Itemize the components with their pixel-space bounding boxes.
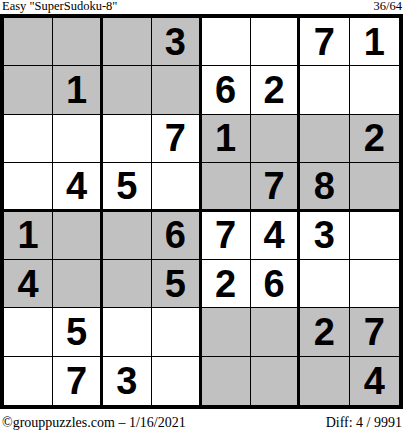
cell-r8c6-empty[interactable] <box>251 357 300 405</box>
cell-r5c1-given[interactable]: 1 <box>4 212 53 260</box>
cell-r8c2-given[interactable]: 7 <box>53 357 102 405</box>
cell-r2c6-given[interactable]: 2 <box>251 66 300 114</box>
puzzle-title: Easy "SuperSudoku-8" <box>2 0 117 13</box>
cell-r1c6-empty[interactable] <box>251 18 300 66</box>
cell-r3c5-given[interactable]: 1 <box>202 115 251 163</box>
cell-r5c3-empty[interactable] <box>103 212 152 260</box>
cell-r5c6-given[interactable]: 4 <box>251 212 300 260</box>
cell-r3c7-empty[interactable] <box>300 115 349 163</box>
cell-r7c1-empty[interactable] <box>4 308 53 356</box>
cell-r4c6-given[interactable]: 7 <box>251 163 300 211</box>
cell-r6c5-given[interactable]: 2 <box>202 260 251 308</box>
cell-r2c7-empty[interactable] <box>300 66 349 114</box>
cell-r7c5-empty[interactable] <box>202 308 251 356</box>
cell-r8c8-given[interactable]: 4 <box>350 357 399 405</box>
cell-r5c2-empty[interactable] <box>53 212 102 260</box>
cell-r2c1-empty[interactable] <box>4 66 53 114</box>
cell-r8c4-empty[interactable] <box>152 357 201 405</box>
page-footer: ©grouppuzzles.com – 1/16/2021 Diff: 4 / … <box>2 414 402 434</box>
cell-r8c3-given[interactable]: 3 <box>103 357 152 405</box>
cell-r1c1-empty[interactable] <box>4 18 53 66</box>
cell-r8c5-empty[interactable] <box>202 357 251 405</box>
cell-r1c7-given[interactable]: 7 <box>300 18 349 66</box>
sudoku-board: 3711627124578167434526527734 <box>0 14 403 409</box>
cell-r5c7-given[interactable]: 3 <box>300 212 349 260</box>
difficulty-text: Diff: 4 / 9991 <box>326 414 402 432</box>
cell-r2c5-given[interactable]: 6 <box>202 66 251 114</box>
cell-r4c5-empty[interactable] <box>202 163 251 211</box>
cell-r6c1-given[interactable]: 4 <box>4 260 53 308</box>
cell-r5c8-empty[interactable] <box>350 212 399 260</box>
cell-r1c3-empty[interactable] <box>103 18 152 66</box>
cell-r3c3-empty[interactable] <box>103 115 152 163</box>
cell-r2c4-empty[interactable] <box>152 66 201 114</box>
cell-r4c3-given[interactable]: 5 <box>103 163 152 211</box>
cell-r3c6-empty[interactable] <box>251 115 300 163</box>
cell-r2c3-empty[interactable] <box>103 66 152 114</box>
cell-r4c7-given[interactable]: 8 <box>300 163 349 211</box>
cell-r8c7-empty[interactable] <box>300 357 349 405</box>
cell-r6c8-empty[interactable] <box>350 260 399 308</box>
cell-r3c2-empty[interactable] <box>53 115 102 163</box>
progress-counter: 36/64 <box>374 0 402 13</box>
cell-r6c7-empty[interactable] <box>300 260 349 308</box>
cell-r4c8-empty[interactable] <box>350 163 399 211</box>
cell-r4c1-empty[interactable] <box>4 163 53 211</box>
cell-r7c4-empty[interactable] <box>152 308 201 356</box>
page-header: Easy "SuperSudoku-8" 36/64 <box>2 0 402 14</box>
cell-r8c1-empty[interactable] <box>4 357 53 405</box>
cell-r7c3-empty[interactable] <box>103 308 152 356</box>
cell-r1c5-empty[interactable] <box>202 18 251 66</box>
cell-r2c2-given[interactable]: 1 <box>53 66 102 114</box>
cell-r1c2-empty[interactable] <box>53 18 102 66</box>
cell-r7c8-given[interactable]: 7 <box>350 308 399 356</box>
cell-r5c4-given[interactable]: 6 <box>152 212 201 260</box>
cell-r7c6-empty[interactable] <box>251 308 300 356</box>
copyright-text: ©grouppuzzles.com – 1/16/2021 <box>2 414 186 432</box>
cell-r6c6-given[interactable]: 6 <box>251 260 300 308</box>
cell-r3c8-given[interactable]: 2 <box>350 115 399 163</box>
cell-r4c2-given[interactable]: 4 <box>53 163 102 211</box>
cell-r3c4-given[interactable]: 7 <box>152 115 201 163</box>
cell-r1c8-given[interactable]: 1 <box>350 18 399 66</box>
cell-r7c2-given[interactable]: 5 <box>53 308 102 356</box>
cell-r6c4-given[interactable]: 5 <box>152 260 201 308</box>
cell-r7c7-given[interactable]: 2 <box>300 308 349 356</box>
cell-r4c4-empty[interactable] <box>152 163 201 211</box>
cell-r6c3-empty[interactable] <box>103 260 152 308</box>
cell-r3c1-empty[interactable] <box>4 115 53 163</box>
cell-r5c5-given[interactable]: 7 <box>202 212 251 260</box>
cell-r1c4-given[interactable]: 3 <box>152 18 201 66</box>
cell-r2c8-empty[interactable] <box>350 66 399 114</box>
cell-r6c2-empty[interactable] <box>53 260 102 308</box>
